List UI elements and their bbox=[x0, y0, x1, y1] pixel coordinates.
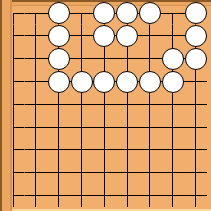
intersection-r5c8[interactable] bbox=[161, 93, 184, 116]
intersection-r8c9[interactable] bbox=[184, 161, 207, 184]
intersection-r2c7[interactable] bbox=[139, 25, 162, 48]
intersection-r3c6[interactable] bbox=[116, 47, 139, 70]
white-stone bbox=[93, 2, 115, 24]
intersection-r1c4[interactable] bbox=[70, 2, 93, 25]
intersection-r9c5[interactable] bbox=[93, 184, 116, 207]
intersection-r3c3[interactable] bbox=[47, 47, 70, 70]
intersection-r4c4[interactable] bbox=[70, 70, 93, 93]
intersection-r7c3[interactable] bbox=[47, 139, 70, 162]
intersection-r1c6[interactable] bbox=[116, 2, 139, 25]
board-edge-highlight bbox=[12, 209, 211, 211]
intersection-r6c3[interactable] bbox=[47, 116, 70, 139]
intersection-r6c4[interactable] bbox=[70, 116, 93, 139]
intersection-r7c4[interactable] bbox=[70, 139, 93, 162]
intersection-r3c1[interactable] bbox=[2, 47, 25, 70]
intersection-r2c5[interactable] bbox=[93, 25, 116, 48]
intersection-r7c2[interactable] bbox=[25, 139, 48, 162]
intersection-r6c1[interactable] bbox=[2, 116, 25, 139]
white-stone bbox=[185, 25, 207, 47]
intersection-r6c9[interactable] bbox=[184, 116, 207, 139]
white-stone bbox=[162, 71, 184, 93]
intersection-r5c3[interactable] bbox=[47, 93, 70, 116]
intersection-r3c2[interactable] bbox=[25, 47, 48, 70]
intersection-r4c1[interactable] bbox=[2, 70, 25, 93]
intersection-r3c8[interactable] bbox=[161, 47, 184, 70]
intersection-r8c8[interactable] bbox=[161, 161, 184, 184]
intersection-r9c7[interactable] bbox=[139, 184, 162, 207]
intersection-r6c8[interactable] bbox=[161, 116, 184, 139]
white-stone bbox=[116, 71, 138, 93]
intersection-r7c7[interactable] bbox=[139, 139, 162, 162]
intersection-r4c7[interactable] bbox=[139, 70, 162, 93]
intersection-r8c1[interactable] bbox=[2, 161, 25, 184]
white-stone bbox=[93, 25, 115, 47]
intersection-r6c7[interactable] bbox=[139, 116, 162, 139]
intersection-r1c8[interactable] bbox=[161, 2, 184, 25]
intersection-r4c6[interactable] bbox=[116, 70, 139, 93]
intersection-r1c1[interactable] bbox=[2, 2, 25, 25]
intersection-r9c1[interactable] bbox=[2, 184, 25, 207]
intersection-r2c4[interactable] bbox=[70, 25, 93, 48]
intersection-r1c9[interactable] bbox=[184, 2, 207, 25]
intersection-r5c2[interactable] bbox=[25, 93, 48, 116]
white-stone bbox=[162, 48, 184, 70]
intersection-r7c9[interactable] bbox=[184, 139, 207, 162]
intersection-r9c3[interactable] bbox=[47, 184, 70, 207]
white-stone bbox=[71, 71, 93, 93]
intersection-r7c5[interactable] bbox=[93, 139, 116, 162]
intersection-r8c5[interactable] bbox=[93, 161, 116, 184]
intersection-r8c2[interactable] bbox=[25, 161, 48, 184]
intersection-r6c6[interactable] bbox=[116, 116, 139, 139]
white-stone bbox=[185, 2, 207, 24]
intersection-r1c5[interactable] bbox=[93, 2, 116, 25]
intersection-r4c5[interactable] bbox=[93, 70, 116, 93]
intersection-r3c7[interactable] bbox=[139, 47, 162, 70]
intersection-r7c6[interactable] bbox=[116, 139, 139, 162]
intersection-r5c9[interactable] bbox=[184, 93, 207, 116]
white-stone bbox=[185, 48, 207, 70]
white-stone bbox=[139, 2, 161, 24]
intersection-r9c9[interactable] bbox=[184, 184, 207, 207]
intersection-r8c4[interactable] bbox=[70, 161, 93, 184]
intersection-r3c5[interactable] bbox=[93, 47, 116, 70]
white-stone bbox=[116, 2, 138, 24]
intersection-r1c2[interactable] bbox=[25, 2, 48, 25]
intersection-r5c7[interactable] bbox=[139, 93, 162, 116]
white-stone bbox=[48, 48, 70, 70]
intersection-r8c6[interactable] bbox=[116, 161, 139, 184]
intersection-r5c5[interactable] bbox=[93, 93, 116, 116]
intersection-r2c9[interactable] bbox=[184, 25, 207, 48]
intersection-r3c9[interactable] bbox=[184, 47, 207, 70]
intersection-r2c2[interactable] bbox=[25, 25, 48, 48]
white-stone bbox=[116, 25, 138, 47]
board-grid bbox=[2, 2, 207, 207]
intersection-r4c2[interactable] bbox=[25, 70, 48, 93]
white-stone bbox=[48, 71, 70, 93]
intersection-r9c4[interactable] bbox=[70, 184, 93, 207]
white-stone bbox=[48, 25, 70, 47]
intersection-r5c6[interactable] bbox=[116, 93, 139, 116]
intersection-r4c8[interactable] bbox=[161, 70, 184, 93]
intersection-r9c2[interactable] bbox=[25, 184, 48, 207]
intersection-r6c2[interactable] bbox=[25, 116, 48, 139]
intersection-r2c6[interactable] bbox=[116, 25, 139, 48]
intersection-r1c7[interactable] bbox=[139, 2, 162, 25]
intersection-r4c3[interactable] bbox=[47, 70, 70, 93]
intersection-r8c3[interactable] bbox=[47, 161, 70, 184]
intersection-r5c1[interactable] bbox=[2, 93, 25, 116]
intersection-r2c1[interactable] bbox=[2, 25, 25, 48]
intersection-r6c5[interactable] bbox=[93, 116, 116, 139]
go-board bbox=[0, 0, 211, 211]
intersection-r7c8[interactable] bbox=[161, 139, 184, 162]
intersection-r5c4[interactable] bbox=[70, 93, 93, 116]
white-stone bbox=[139, 71, 161, 93]
intersection-r4c9[interactable] bbox=[184, 70, 207, 93]
intersection-r2c3[interactable] bbox=[47, 25, 70, 48]
intersection-r2c8[interactable] bbox=[161, 25, 184, 48]
intersection-r8c7[interactable] bbox=[139, 161, 162, 184]
intersection-r9c6[interactable] bbox=[116, 184, 139, 207]
white-stone bbox=[93, 71, 115, 93]
intersection-r1c3[interactable] bbox=[47, 2, 70, 25]
intersection-r7c1[interactable] bbox=[2, 139, 25, 162]
intersection-r9c8[interactable] bbox=[161, 184, 184, 207]
white-stone bbox=[48, 2, 70, 24]
intersection-r3c4[interactable] bbox=[70, 47, 93, 70]
